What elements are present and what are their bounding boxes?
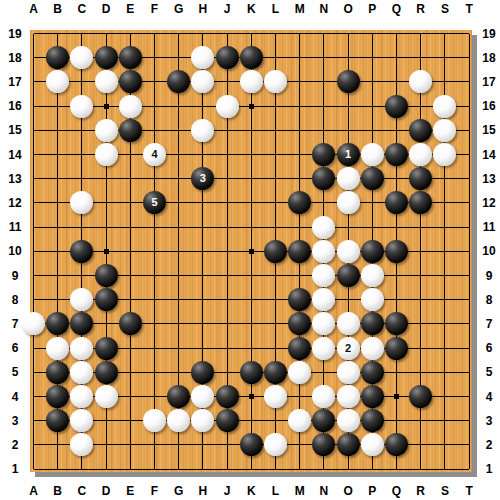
stone-black-M10 — [288, 240, 311, 263]
stone-black-P3 — [361, 409, 384, 432]
move-number-label: 2 — [345, 343, 351, 354]
coord-label-bottom-F: F — [151, 484, 158, 498]
coord-label-left-10: 10 — [8, 244, 21, 258]
coord-label-right-2: 2 — [486, 438, 493, 452]
stone-black-B5 — [46, 361, 69, 384]
coord-label-right-9: 9 — [486, 269, 493, 283]
move-number-label: 1 — [345, 149, 351, 160]
stone-black-Q10 — [385, 240, 408, 263]
coord-label-left-2: 2 — [12, 438, 19, 452]
stone-white-P14 — [361, 143, 384, 166]
coord-label-bottom-K: K — [247, 484, 256, 498]
coord-label-bottom-N: N — [320, 484, 329, 498]
coord-label-top-L: L — [272, 2, 279, 16]
coord-label-left-13: 13 — [8, 172, 21, 186]
move-number-label: 4 — [151, 149, 157, 160]
coord-label-right-4: 4 — [486, 390, 493, 404]
coord-label-left-9: 9 — [12, 269, 19, 283]
stone-black-P13 — [361, 167, 384, 190]
stone-white-C16 — [70, 95, 93, 118]
stone-white-L4 — [264, 385, 287, 408]
coord-label-top-J: J — [224, 2, 231, 16]
coord-label-bottom-O: O — [343, 484, 352, 498]
coord-label-left-18: 18 — [8, 51, 21, 65]
coord-label-right-11: 11 — [483, 220, 496, 234]
stone-white-S16 — [433, 95, 456, 118]
coord-label-left-5: 5 — [12, 365, 19, 379]
stone-black-M6 — [288, 337, 311, 360]
coord-label-right-15: 15 — [482, 123, 495, 137]
coord-label-bottom-J: J — [224, 484, 231, 498]
stone-black-E18 — [119, 46, 142, 69]
stone-black-P10 — [361, 240, 384, 263]
coord-label-left-4: 4 — [12, 390, 19, 404]
stone-black-O17 — [337, 70, 360, 93]
stone-black-Q6 — [385, 337, 408, 360]
coord-label-top-R: R — [416, 2, 425, 16]
stone-white-O5 — [337, 361, 360, 384]
coord-label-top-F: F — [151, 2, 158, 16]
stone-white-B6 — [46, 337, 69, 360]
coord-label-top-E: E — [126, 2, 134, 16]
stone-black-D5 — [95, 361, 118, 384]
coord-label-left-3: 3 — [12, 414, 19, 428]
stone-black-L10 — [264, 240, 287, 263]
coord-label-right-10: 10 — [482, 244, 495, 258]
coord-label-bottom-L: L — [272, 484, 279, 498]
stone-black-D8 — [95, 288, 118, 311]
coord-label-top-N: N — [320, 2, 329, 16]
coord-label-left-7: 7 — [12, 317, 19, 331]
coord-label-bottom-Q: Q — [392, 484, 401, 498]
coord-label-bottom-T: T — [465, 484, 472, 498]
stone-black-Q16 — [385, 95, 408, 118]
coord-label-right-13: 13 — [482, 172, 495, 186]
stone-white-M5 — [288, 361, 311, 384]
coord-label-right-8: 8 — [486, 293, 493, 307]
stone-white-O7 — [337, 312, 360, 335]
coord-label-top-D: D — [102, 2, 111, 16]
coord-label-top-C: C — [78, 2, 87, 16]
stone-white-P6 — [361, 337, 384, 360]
stone-white-O13 — [337, 167, 360, 190]
coord-label-right-17: 17 — [482, 75, 495, 89]
stone-black-K5 — [240, 361, 263, 384]
star-point-K4 — [249, 394, 254, 399]
coord-label-bottom-S: S — [441, 484, 449, 498]
coord-label-right-12: 12 — [482, 196, 495, 210]
coord-label-right-7: 7 — [486, 317, 493, 331]
stone-black-O14: 1 — [337, 143, 360, 166]
coord-label-right-16: 16 — [482, 99, 495, 113]
stone-black-J18 — [216, 46, 239, 69]
coord-label-top-O: O — [343, 2, 352, 16]
stone-white-O12 — [337, 191, 360, 214]
coord-label-bottom-R: R — [416, 484, 425, 498]
stone-black-D18 — [95, 46, 118, 69]
stone-white-O10 — [337, 240, 360, 263]
stone-white-D15 — [95, 119, 118, 142]
coord-label-right-14: 14 — [482, 148, 495, 162]
coord-label-top-S: S — [441, 2, 449, 16]
coord-label-bottom-D: D — [102, 484, 111, 498]
coord-label-bottom-M: M — [295, 484, 305, 498]
stone-white-J16 — [216, 95, 239, 118]
coord-label-top-H: H — [199, 2, 208, 16]
move-number-label: 3 — [200, 173, 206, 184]
star-point-Q4 — [394, 394, 399, 399]
coord-label-left-14: 14 — [8, 148, 21, 162]
coord-label-bottom-A: A — [29, 484, 38, 498]
goban-diagram: 41352 AABBCCDDEEFFGGHHJJKKLLMMNNOOPPQQRR… — [0, 0, 500, 500]
coord-label-right-1: 1 — [486, 462, 493, 476]
star-point-D10 — [104, 249, 109, 254]
coord-label-bottom-E: E — [126, 484, 134, 498]
coord-label-left-12: 12 — [8, 196, 21, 210]
coord-label-right-5: 5 — [486, 365, 493, 379]
stone-black-E15 — [119, 119, 142, 142]
coord-label-top-P: P — [368, 2, 376, 16]
stone-black-O9 — [337, 264, 360, 287]
stone-white-P9 — [361, 264, 384, 287]
coord-label-top-K: K — [247, 2, 256, 16]
coord-label-left-11: 11 — [9, 220, 22, 234]
stone-white-N6 — [312, 337, 335, 360]
move-number-label: 5 — [151, 197, 157, 208]
stone-black-P5 — [361, 361, 384, 384]
coord-label-bottom-C: C — [78, 484, 87, 498]
stone-black-D9 — [95, 264, 118, 287]
stone-white-P8 — [361, 288, 384, 311]
coord-label-top-A: A — [29, 2, 38, 16]
stone-black-K18 — [240, 46, 263, 69]
coord-label-left-15: 15 — [8, 123, 21, 137]
stone-black-L5 — [264, 361, 287, 384]
coord-label-right-3: 3 — [486, 414, 493, 428]
coord-label-top-M: M — [295, 2, 305, 16]
coord-label-bottom-B: B — [53, 484, 62, 498]
coord-label-left-1: 1 — [12, 462, 19, 476]
stone-white-F14: 4 — [143, 143, 166, 166]
coord-label-right-6: 6 — [486, 341, 493, 355]
coord-label-right-19: 19 — [482, 27, 495, 41]
coord-label-left-16: 16 — [8, 99, 21, 113]
coord-label-left-17: 17 — [8, 75, 21, 89]
coord-label-right-18: 18 — [482, 51, 495, 65]
coord-label-bottom-P: P — [368, 484, 376, 498]
stone-white-N11 — [312, 216, 335, 239]
stone-black-Q14 — [385, 143, 408, 166]
stone-black-J3 — [216, 409, 239, 432]
coord-label-top-G: G — [174, 2, 183, 16]
star-point-D16 — [104, 104, 109, 109]
stone-black-D6 — [95, 337, 118, 360]
stone-white-O6: 2 — [337, 337, 360, 360]
stone-black-P4 — [361, 385, 384, 408]
star-point-K16 — [249, 104, 254, 109]
coord-label-left-19: 19 — [8, 27, 21, 41]
stone-white-E16 — [119, 95, 142, 118]
go-board[interactable]: 41352 — [30, 30, 472, 472]
stone-white-D4 — [95, 385, 118, 408]
star-point-K10 — [249, 249, 254, 254]
coord-label-top-B: B — [53, 2, 62, 16]
coord-label-left-8: 8 — [12, 293, 19, 307]
stone-white-D17 — [95, 70, 118, 93]
coord-label-left-6: 6 — [12, 341, 19, 355]
stone-black-J4 — [216, 385, 239, 408]
stone-black-R15 — [409, 119, 432, 142]
stone-black-O2 — [337, 433, 360, 456]
stone-white-O4 — [337, 385, 360, 408]
coord-label-top-Q: Q — [392, 2, 401, 16]
stone-white-C6 — [70, 337, 93, 360]
coord-label-bottom-H: H — [199, 484, 208, 498]
stone-white-D14 — [95, 143, 118, 166]
stone-white-O3 — [337, 409, 360, 432]
coord-label-bottom-G: G — [174, 484, 183, 498]
coord-label-top-T: T — [465, 2, 472, 16]
